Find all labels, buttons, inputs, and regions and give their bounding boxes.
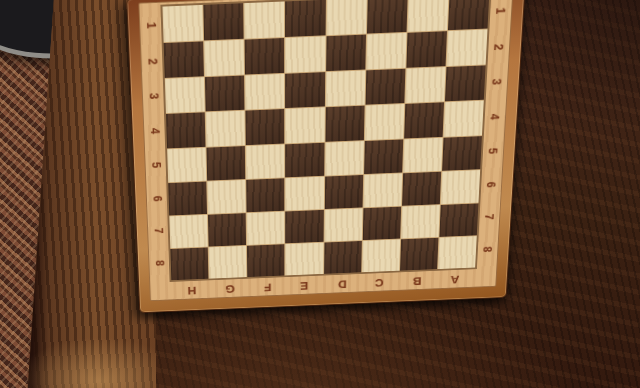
square-e2[interactable] [285,36,325,73]
square-h1[interactable] [162,5,203,42]
rank-label-right-7: 7 [482,214,495,220]
square-e3[interactable] [285,72,324,108]
square-d6[interactable] [324,175,362,209]
square-c3[interactable] [365,69,405,105]
file-label-a: A [450,273,460,286]
square-g5[interactable] [207,146,246,181]
square-a5[interactable] [442,136,482,171]
file-label-f: F [263,281,271,294]
rank-label-left-8: 8 [153,260,166,266]
square-b8[interactable] [400,238,438,271]
square-g2[interactable] [204,40,244,77]
square-d7[interactable] [324,208,362,242]
square-g6[interactable] [207,180,246,214]
square-b1[interactable] [407,0,448,32]
table-surface: 12345678 12345678 HGFEDCBA [0,0,640,388]
square-f7[interactable] [247,211,285,244]
square-c7[interactable] [362,206,400,240]
square-a7[interactable] [439,203,478,237]
square-a6[interactable] [441,170,481,204]
square-f4[interactable] [246,109,285,144]
square-h2[interactable] [164,42,204,79]
square-g3[interactable] [205,76,245,112]
square-b5[interactable] [403,137,443,172]
square-d3[interactable] [325,71,365,107]
chessboard: 12345678 12345678 HGFEDCBA [126,0,526,313]
square-b3[interactable] [405,67,445,103]
file-label-g: G [224,282,234,295]
square-g1[interactable] [203,3,243,40]
square-d5[interactable] [325,141,364,176]
square-e1[interactable] [285,0,325,37]
rank-label-right-4: 4 [488,113,502,120]
square-b7[interactable] [401,205,440,239]
square-d2[interactable] [326,35,366,72]
square-e6[interactable] [286,176,324,210]
board-perspective-wrapper: 12345678 12345678 HGFEDCBA [126,0,526,342]
square-a3[interactable] [445,66,486,102]
square-f3[interactable] [245,74,284,110]
rank-label-right-3: 3 [489,79,503,86]
rank-label-right-5: 5 [486,148,500,155]
square-c5[interactable] [364,139,403,174]
square-e4[interactable] [286,108,325,143]
square-h8[interactable] [170,247,208,280]
square-d8[interactable] [324,241,362,274]
square-f6[interactable] [246,178,284,212]
rank-label-left-3: 3 [147,93,161,100]
board-grid [160,0,491,282]
square-d4[interactable] [325,106,364,141]
square-h5[interactable] [167,147,206,182]
square-h4[interactable] [166,113,206,148]
rank-label-right-6: 6 [484,181,498,187]
square-b6[interactable] [402,171,441,205]
square-e7[interactable] [286,210,324,244]
square-a8[interactable] [438,236,477,269]
rank-label-left-5: 5 [149,162,163,169]
rank-label-left-6: 6 [151,195,164,201]
square-b4[interactable] [404,103,444,138]
rank-label-left-7: 7 [152,228,165,234]
square-c1[interactable] [367,0,408,34]
rank-label-left-2: 2 [145,58,159,65]
square-f5[interactable] [246,144,285,179]
file-label-d: D [336,277,346,290]
board-frame: 12345678 12345678 HGFEDCBA [138,0,513,301]
square-g7[interactable] [208,213,246,246]
file-label-e: E [299,279,308,292]
rank-label-left-1: 1 [144,22,158,29]
square-h6[interactable] [168,181,207,215]
rank-label-right-8: 8 [481,246,494,252]
square-c2[interactable] [366,33,406,70]
square-c8[interactable] [362,239,400,272]
file-label-b: B [412,274,422,287]
square-g4[interactable] [206,111,245,146]
square-a4[interactable] [443,101,483,136]
square-f8[interactable] [247,244,285,277]
square-a2[interactable] [446,30,487,67]
rank-label-left-4: 4 [148,128,162,135]
square-h7[interactable] [169,215,208,248]
square-g8[interactable] [209,246,247,279]
file-label-h: H [187,284,197,297]
square-f1[interactable] [244,1,284,38]
file-label-c: C [374,276,384,289]
rank-label-right-2: 2 [491,43,505,50]
square-h3[interactable] [165,77,205,113]
square-b2[interactable] [406,31,447,68]
rank-label-right-1: 1 [493,7,507,14]
square-c4[interactable] [364,104,404,139]
square-c6[interactable] [363,173,402,207]
square-f2[interactable] [245,38,285,75]
square-d1[interactable] [326,0,366,35]
square-a1[interactable] [448,0,489,30]
square-e5[interactable] [286,142,325,177]
square-e8[interactable] [286,243,323,276]
